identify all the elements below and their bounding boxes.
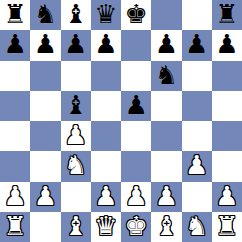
- chess-board: ♜♞♝♛♚♜♟♟♟♟♟♟♟♞♝♟♟♞♟♟♟♟♟♟♟♜♝♛♚♝♞♜: [0, 0, 242, 242]
- square-b4[interactable]: [30, 121, 60, 151]
- white-rook-piece: ♜: [3, 213, 26, 239]
- square-a5[interactable]: [0, 91, 30, 121]
- square-c8[interactable]: ♝: [61, 0, 91, 30]
- black-pawn-piece: ♟: [64, 31, 87, 57]
- white-pawn-piece: ♟: [3, 183, 26, 209]
- square-f6[interactable]: ♞: [151, 61, 181, 91]
- square-a6[interactable]: [0, 61, 30, 91]
- square-a1[interactable]: ♜: [0, 212, 30, 242]
- square-b6[interactable]: [30, 61, 60, 91]
- white-bishop-piece: ♝: [155, 213, 178, 239]
- square-h1[interactable]: ♜: [212, 212, 242, 242]
- square-b5[interactable]: [30, 91, 60, 121]
- white-pawn-piece: ♟: [215, 183, 238, 209]
- square-g3[interactable]: ♟: [182, 151, 212, 181]
- square-e6[interactable]: [121, 61, 151, 91]
- square-g6[interactable]: [182, 61, 212, 91]
- black-pawn-piece: ♟: [3, 31, 26, 57]
- square-c1[interactable]: ♝: [61, 212, 91, 242]
- square-d6[interactable]: [91, 61, 121, 91]
- square-h7[interactable]: ♟: [212, 30, 242, 60]
- black-queen-piece: ♛: [94, 1, 117, 27]
- black-pawn-piece: ♟: [34, 31, 57, 57]
- black-pawn-piece: ♟: [185, 31, 208, 57]
- square-g7[interactable]: ♟: [182, 30, 212, 60]
- square-e5[interactable]: ♟: [121, 91, 151, 121]
- white-bishop-piece: ♝: [64, 213, 87, 239]
- square-d7[interactable]: ♟: [91, 30, 121, 60]
- black-knight-piece: ♞: [155, 62, 178, 88]
- square-d3[interactable]: [91, 151, 121, 181]
- white-knight-piece: ♞: [64, 152, 87, 178]
- white-pawn-piece: ♟: [94, 183, 117, 209]
- square-d8[interactable]: ♛: [91, 0, 121, 30]
- square-f2[interactable]: ♟: [151, 182, 181, 212]
- square-b8[interactable]: ♞: [30, 0, 60, 30]
- square-e2[interactable]: ♟: [121, 182, 151, 212]
- square-e4[interactable]: [121, 121, 151, 151]
- square-g1[interactable]: ♞: [182, 212, 212, 242]
- square-f5[interactable]: [151, 91, 181, 121]
- square-f1[interactable]: ♝: [151, 212, 181, 242]
- square-c6[interactable]: [61, 61, 91, 91]
- white-pawn-piece: ♟: [185, 152, 208, 178]
- black-pawn-piece: ♟: [124, 92, 147, 118]
- square-c2[interactable]: [61, 182, 91, 212]
- square-f3[interactable]: [151, 151, 181, 181]
- square-a8[interactable]: ♜: [0, 0, 30, 30]
- white-pawn-piece: ♟: [155, 183, 178, 209]
- square-f4[interactable]: [151, 121, 181, 151]
- square-c3[interactable]: ♞: [61, 151, 91, 181]
- square-e7[interactable]: [121, 30, 151, 60]
- black-rook-piece: ♜: [3, 1, 26, 27]
- black-pawn-piece: ♟: [155, 31, 178, 57]
- square-c4[interactable]: ♟: [61, 121, 91, 151]
- black-pawn-piece: ♟: [215, 31, 238, 57]
- square-a4[interactable]: [0, 121, 30, 151]
- black-knight-piece: ♞: [34, 1, 57, 27]
- black-king-piece: ♚: [124, 1, 147, 27]
- black-pawn-piece: ♟: [94, 31, 117, 57]
- square-a2[interactable]: ♟: [0, 182, 30, 212]
- square-h8[interactable]: ♜: [212, 0, 242, 30]
- square-h5[interactable]: [212, 91, 242, 121]
- square-e1[interactable]: ♚: [121, 212, 151, 242]
- square-b2[interactable]: ♟: [30, 182, 60, 212]
- square-b7[interactable]: ♟: [30, 30, 60, 60]
- black-rook-piece: ♜: [215, 1, 238, 27]
- white-pawn-piece: ♟: [64, 122, 87, 148]
- square-d1[interactable]: ♛: [91, 212, 121, 242]
- square-g5[interactable]: [182, 91, 212, 121]
- white-pawn-piece: ♟: [34, 183, 57, 209]
- black-bishop-piece: ♝: [64, 1, 87, 27]
- white-king-piece: ♚: [124, 213, 147, 239]
- square-a7[interactable]: ♟: [0, 30, 30, 60]
- square-e3[interactable]: [121, 151, 151, 181]
- square-e8[interactable]: ♚: [121, 0, 151, 30]
- square-d5[interactable]: [91, 91, 121, 121]
- square-c5[interactable]: ♝: [61, 91, 91, 121]
- square-h6[interactable]: [212, 61, 242, 91]
- white-rook-piece: ♜: [215, 213, 238, 239]
- square-f8[interactable]: [151, 0, 181, 30]
- square-c7[interactable]: ♟: [61, 30, 91, 60]
- black-bishop-piece: ♝: [64, 92, 87, 118]
- square-b1[interactable]: [30, 212, 60, 242]
- white-knight-piece: ♞: [185, 213, 208, 239]
- square-f7[interactable]: ♟: [151, 30, 181, 60]
- square-g4[interactable]: [182, 121, 212, 151]
- square-h2[interactable]: ♟: [212, 182, 242, 212]
- white-pawn-piece: ♟: [124, 183, 147, 209]
- square-b3[interactable]: [30, 151, 60, 181]
- square-h4[interactable]: [212, 121, 242, 151]
- white-queen-piece: ♛: [94, 213, 117, 239]
- square-d4[interactable]: [91, 121, 121, 151]
- square-d2[interactable]: ♟: [91, 182, 121, 212]
- square-g8[interactable]: [182, 0, 212, 30]
- square-g2[interactable]: [182, 182, 212, 212]
- square-h3[interactable]: [212, 151, 242, 181]
- square-a3[interactable]: [0, 151, 30, 181]
